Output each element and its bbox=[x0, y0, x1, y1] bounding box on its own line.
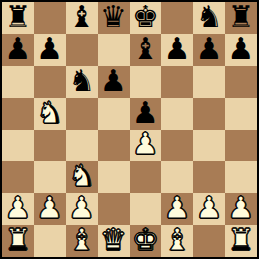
square-a4[interactable] bbox=[2, 130, 34, 162]
black-rook-piece[interactable]: ♜ bbox=[228, 2, 255, 32]
black-pawn-piece[interactable]: ♟ bbox=[4, 34, 31, 64]
black-knight-piece[interactable]: ♞ bbox=[196, 2, 223, 32]
square-f7[interactable]: ♟ bbox=[161, 34, 193, 66]
square-d5[interactable] bbox=[98, 98, 130, 130]
square-c8[interactable]: ♝ bbox=[66, 2, 98, 34]
square-g4[interactable] bbox=[193, 130, 225, 162]
square-e7[interactable]: ♝ bbox=[130, 34, 162, 66]
white-knight-piece[interactable]: ♞ bbox=[68, 161, 95, 191]
square-c4[interactable] bbox=[66, 130, 98, 162]
white-pawn-piece[interactable]: ♟ bbox=[164, 193, 191, 223]
square-a5[interactable] bbox=[2, 98, 34, 130]
square-c6[interactable]: ♞ bbox=[66, 66, 98, 98]
square-g6[interactable] bbox=[193, 66, 225, 98]
black-pawn-piece[interactable]: ♟ bbox=[100, 66, 127, 96]
square-g7[interactable]: ♟ bbox=[193, 34, 225, 66]
black-pawn-piece[interactable]: ♟ bbox=[36, 34, 63, 64]
square-d4[interactable] bbox=[98, 130, 130, 162]
black-bishop-piece[interactable]: ♝ bbox=[68, 2, 95, 32]
square-e8[interactable]: ♚ bbox=[130, 2, 162, 34]
square-h6[interactable] bbox=[225, 66, 257, 98]
square-b8[interactable] bbox=[34, 2, 66, 34]
square-h1[interactable]: ♜ bbox=[225, 225, 257, 257]
square-g2[interactable]: ♟ bbox=[193, 193, 225, 225]
square-g8[interactable]: ♞ bbox=[193, 2, 225, 34]
square-f8[interactable] bbox=[161, 2, 193, 34]
black-king-piece[interactable]: ♚ bbox=[132, 2, 159, 32]
square-c1[interactable]: ♝ bbox=[66, 225, 98, 257]
square-e5[interactable]: ♟ bbox=[130, 98, 162, 130]
square-f1[interactable]: ♝ bbox=[161, 225, 193, 257]
square-g3[interactable] bbox=[193, 161, 225, 193]
square-c2[interactable]: ♟ bbox=[66, 193, 98, 225]
square-c3[interactable]: ♞ bbox=[66, 161, 98, 193]
square-g5[interactable] bbox=[193, 98, 225, 130]
white-knight-piece[interactable]: ♞ bbox=[36, 98, 63, 128]
white-pawn-piece[interactable]: ♟ bbox=[196, 193, 223, 223]
square-h2[interactable]: ♟ bbox=[225, 193, 257, 225]
square-f6[interactable] bbox=[161, 66, 193, 98]
black-pawn-piece[interactable]: ♟ bbox=[132, 98, 159, 128]
square-f5[interactable] bbox=[161, 98, 193, 130]
square-d8[interactable]: ♛ bbox=[98, 2, 130, 34]
chess-board: ♜♝♛♚♞♜♟♟♝♟♟♟♞♟♞♟♟♞♟♟♟♟♟♟♜♝♛♚♝♜ bbox=[0, 0, 259, 259]
square-b2[interactable]: ♟ bbox=[34, 193, 66, 225]
square-b6[interactable] bbox=[34, 66, 66, 98]
square-h4[interactable] bbox=[225, 130, 257, 162]
square-a1[interactable]: ♜ bbox=[2, 225, 34, 257]
square-d7[interactable] bbox=[98, 34, 130, 66]
square-b7[interactable]: ♟ bbox=[34, 34, 66, 66]
square-a7[interactable]: ♟ bbox=[2, 34, 34, 66]
white-king-piece[interactable]: ♚ bbox=[132, 225, 159, 255]
black-pawn-piece[interactable]: ♟ bbox=[164, 34, 191, 64]
square-d1[interactable]: ♛ bbox=[98, 225, 130, 257]
square-a3[interactable] bbox=[2, 161, 34, 193]
black-knight-piece[interactable]: ♞ bbox=[68, 66, 95, 96]
white-queen-piece[interactable]: ♛ bbox=[100, 225, 127, 255]
square-h8[interactable]: ♜ bbox=[225, 2, 257, 34]
square-e3[interactable] bbox=[130, 161, 162, 193]
square-b3[interactable] bbox=[34, 161, 66, 193]
square-c5[interactable] bbox=[66, 98, 98, 130]
white-rook-piece[interactable]: ♜ bbox=[4, 225, 31, 255]
black-bishop-piece[interactable]: ♝ bbox=[132, 34, 159, 64]
square-d6[interactable]: ♟ bbox=[98, 66, 130, 98]
square-f2[interactable]: ♟ bbox=[161, 193, 193, 225]
square-d3[interactable] bbox=[98, 161, 130, 193]
black-pawn-piece[interactable]: ♟ bbox=[228, 34, 255, 64]
square-e4[interactable]: ♟ bbox=[130, 130, 162, 162]
square-b1[interactable] bbox=[34, 225, 66, 257]
white-pawn-piece[interactable]: ♟ bbox=[228, 193, 255, 223]
square-h7[interactable]: ♟ bbox=[225, 34, 257, 66]
white-bishop-piece[interactable]: ♝ bbox=[68, 225, 95, 255]
square-h5[interactable] bbox=[225, 98, 257, 130]
square-c7[interactable] bbox=[66, 34, 98, 66]
square-b4[interactable] bbox=[34, 130, 66, 162]
black-queen-piece[interactable]: ♛ bbox=[100, 2, 127, 32]
square-a8[interactable]: ♜ bbox=[2, 2, 34, 34]
white-pawn-piece[interactable]: ♟ bbox=[132, 130, 159, 160]
white-pawn-piece[interactable]: ♟ bbox=[36, 193, 63, 223]
square-e6[interactable] bbox=[130, 66, 162, 98]
square-a2[interactable]: ♟ bbox=[2, 193, 34, 225]
square-f4[interactable] bbox=[161, 130, 193, 162]
square-e2[interactable] bbox=[130, 193, 162, 225]
white-pawn-piece[interactable]: ♟ bbox=[4, 193, 31, 223]
square-h3[interactable] bbox=[225, 161, 257, 193]
square-f3[interactable] bbox=[161, 161, 193, 193]
square-b5[interactable]: ♞ bbox=[34, 98, 66, 130]
square-g1[interactable] bbox=[193, 225, 225, 257]
white-bishop-piece[interactable]: ♝ bbox=[164, 225, 191, 255]
white-rook-piece[interactable]: ♜ bbox=[228, 225, 255, 255]
square-d2[interactable] bbox=[98, 193, 130, 225]
black-rook-piece[interactable]: ♜ bbox=[4, 2, 31, 32]
square-a6[interactable] bbox=[2, 66, 34, 98]
black-pawn-piece[interactable]: ♟ bbox=[196, 34, 223, 64]
white-pawn-piece[interactable]: ♟ bbox=[68, 193, 95, 223]
square-e1[interactable]: ♚ bbox=[130, 225, 162, 257]
